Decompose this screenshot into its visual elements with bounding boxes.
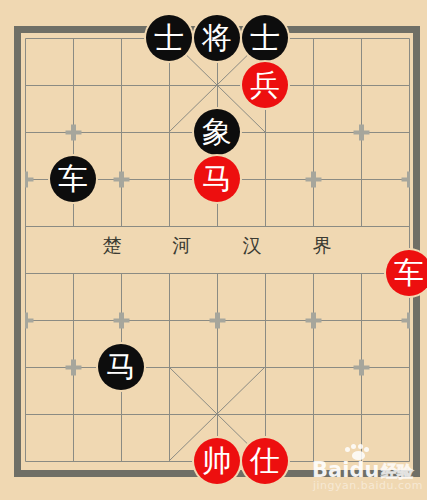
- piece-red-chariot[interactable]: 车: [386, 250, 427, 296]
- piece-red-soldier[interactable]: 兵: [242, 62, 288, 108]
- xiangqi-board-screenshot: 楚 河 汉 界 士将士兵象车马车马帅仕 Baidu经验 jingyan.baid…: [0, 0, 427, 500]
- river-label: 楚: [103, 233, 122, 259]
- river-label: 河: [173, 233, 192, 259]
- piece-black-chariot[interactable]: 车: [50, 156, 96, 202]
- piece-black-elephant[interactable]: 象: [194, 109, 240, 155]
- piece-red-general[interactable]: 帅: [194, 438, 240, 484]
- river-label: 汉: [243, 233, 262, 259]
- watermark-url: jingyan.baidu.com: [313, 479, 423, 492]
- board-grid: [25, 38, 410, 462]
- piece-black-general[interactable]: 将: [194, 15, 240, 61]
- piece-black-horse[interactable]: 马: [98, 344, 144, 390]
- piece-red-horse[interactable]: 马: [194, 156, 240, 202]
- piece-red-advisor[interactable]: 仕: [242, 438, 288, 484]
- piece-black-advisor[interactable]: 士: [146, 15, 192, 61]
- piece-black-advisor[interactable]: 士: [242, 15, 288, 61]
- baidu-jingyan-watermark: Baidu经验 jingyan.baidu.com: [310, 442, 424, 494]
- river-label: 界: [313, 233, 332, 259]
